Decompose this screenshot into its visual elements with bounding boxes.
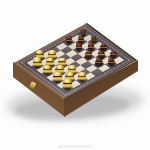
piece-top <box>111 51 117 54</box>
checker-piece-gold[interactable] <box>78 72 86 82</box>
piece-top <box>88 43 94 46</box>
checker-piece-gold[interactable] <box>63 79 72 90</box>
piece-top <box>76 43 82 46</box>
checker-piece-dark[interactable] <box>91 36 97 43</box>
product-photo-checkers-set <box>0 0 150 150</box>
piece-top <box>86 51 92 54</box>
checker-piece-dark[interactable] <box>66 36 73 44</box>
checker-piece-gold[interactable] <box>33 57 42 67</box>
watermark <box>58 145 92 148</box>
piece-top <box>33 57 41 61</box>
piece-top <box>66 72 74 76</box>
checker-piece-gold[interactable] <box>43 65 52 76</box>
checker-piece-dark[interactable] <box>76 43 83 51</box>
checker-piece-gold[interactable] <box>53 72 62 83</box>
checker-piece-dark[interactable] <box>108 58 115 66</box>
checker-piece-dark[interactable] <box>85 51 92 59</box>
piece-top <box>53 72 61 76</box>
checker-piece-dark[interactable] <box>81 29 87 36</box>
piece-top <box>48 50 55 54</box>
piece-top <box>78 72 86 76</box>
piece-top <box>56 65 64 69</box>
piece-top <box>98 51 104 54</box>
piece-top <box>81 29 86 32</box>
checker-piece-dark[interactable] <box>95 58 102 66</box>
piece-top <box>68 65 76 69</box>
